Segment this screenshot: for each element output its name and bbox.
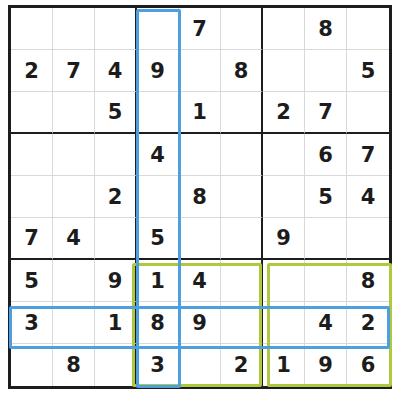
- cell-r9c3[interactable]: [95, 344, 137, 386]
- cell-r2c9[interactable]: 5: [347, 50, 389, 92]
- cell-r2c2[interactable]: 7: [53, 50, 95, 92]
- cell-r9c2[interactable]: 8: [53, 344, 95, 386]
- cell-r7c4[interactable]: 1: [137, 260, 179, 302]
- cell-r8c2[interactable]: [53, 302, 95, 344]
- cell-r3c8[interactable]: 7: [305, 92, 347, 134]
- cell-r3c5[interactable]: 1: [179, 92, 221, 134]
- cell-r6c3[interactable]: [95, 218, 137, 260]
- cell-r8c5[interactable]: 9: [179, 302, 221, 344]
- cell-r2c1[interactable]: 2: [11, 50, 53, 92]
- cell-r5c5[interactable]: 8: [179, 176, 221, 218]
- cell-r1c1[interactable]: [11, 8, 53, 50]
- cell-r7c9[interactable]: 8: [347, 260, 389, 302]
- cell-r1c6[interactable]: [221, 8, 263, 50]
- cell-r9c5[interactable]: [179, 344, 221, 386]
- cell-r2c4[interactable]: 9: [137, 50, 179, 92]
- cell-r4c5[interactable]: [179, 134, 221, 176]
- cell-r3c7[interactable]: 2: [263, 92, 305, 134]
- cell-r9c4[interactable]: 3: [137, 344, 179, 386]
- cell-r1c5[interactable]: 7: [179, 8, 221, 50]
- cell-r5c3[interactable]: 2: [95, 176, 137, 218]
- cell-r4c3[interactable]: [95, 134, 137, 176]
- cell-r5c2[interactable]: [53, 176, 95, 218]
- cell-r3c2[interactable]: [53, 92, 95, 134]
- cell-r6c5[interactable]: [179, 218, 221, 260]
- cell-r1c9[interactable]: [347, 8, 389, 50]
- cell-r2c7[interactable]: [263, 50, 305, 92]
- cell-r2c8[interactable]: [305, 50, 347, 92]
- cell-r7c5[interactable]: 4: [179, 260, 221, 302]
- cell-r9c6[interactable]: 2: [221, 344, 263, 386]
- cell-r6c6[interactable]: [221, 218, 263, 260]
- cell-r8c9[interactable]: 2: [347, 302, 389, 344]
- cell-r6c9[interactable]: [347, 218, 389, 260]
- cell-r1c7[interactable]: [263, 8, 305, 50]
- cell-r4c8[interactable]: 6: [305, 134, 347, 176]
- cell-r7c2[interactable]: [53, 260, 95, 302]
- cell-r3c4[interactable]: [137, 92, 179, 134]
- cell-r1c4[interactable]: [137, 8, 179, 50]
- cell-r7c7[interactable]: [263, 260, 305, 302]
- cell-r5c4[interactable]: [137, 176, 179, 218]
- cell-r8c1[interactable]: 3: [11, 302, 53, 344]
- cell-r8c8[interactable]: 4: [305, 302, 347, 344]
- cell-r5c8[interactable]: 5: [305, 176, 347, 218]
- cell-r4c9[interactable]: 7: [347, 134, 389, 176]
- cell-r8c6[interactable]: [221, 302, 263, 344]
- cell-r6c2[interactable]: 4: [53, 218, 95, 260]
- cell-r9c8[interactable]: 9: [305, 344, 347, 386]
- cell-r1c3[interactable]: [95, 8, 137, 50]
- cell-r3c6[interactable]: [221, 92, 263, 134]
- cell-r9c1[interactable]: [11, 344, 53, 386]
- sudoku-board-stage: 7827498551274672854745959148318942832196: [0, 0, 400, 400]
- cell-r3c9[interactable]: [347, 92, 389, 134]
- cell-r2c5[interactable]: [179, 50, 221, 92]
- cell-r4c2[interactable]: [53, 134, 95, 176]
- cell-r8c3[interactable]: 1: [95, 302, 137, 344]
- cell-r3c3[interactable]: 5: [95, 92, 137, 134]
- cell-r4c7[interactable]: [263, 134, 305, 176]
- cell-r3c1[interactable]: [11, 92, 53, 134]
- cell-r6c4[interactable]: 5: [137, 218, 179, 260]
- cell-r4c1[interactable]: [11, 134, 53, 176]
- cell-r1c2[interactable]: [53, 8, 95, 50]
- cell-r4c6[interactable]: [221, 134, 263, 176]
- cell-r5c1[interactable]: [11, 176, 53, 218]
- cell-r5c9[interactable]: 4: [347, 176, 389, 218]
- cell-r6c1[interactable]: 7: [11, 218, 53, 260]
- cell-r7c3[interactable]: 9: [95, 260, 137, 302]
- cell-r7c1[interactable]: 5: [11, 260, 53, 302]
- cell-r2c6[interactable]: 8: [221, 50, 263, 92]
- cell-r2c3[interactable]: 4: [95, 50, 137, 92]
- cell-r8c7[interactable]: [263, 302, 305, 344]
- cell-r8c4[interactable]: 8: [137, 302, 179, 344]
- cell-r4c4[interactable]: 4: [137, 134, 179, 176]
- cell-r5c7[interactable]: [263, 176, 305, 218]
- cell-r9c7[interactable]: 1: [263, 344, 305, 386]
- cell-r5c6[interactable]: [221, 176, 263, 218]
- cell-r6c7[interactable]: 9: [263, 218, 305, 260]
- cell-r9c9[interactable]: 6: [347, 344, 389, 386]
- cell-r7c6[interactable]: [221, 260, 263, 302]
- cell-r6c8[interactable]: [305, 218, 347, 260]
- sudoku-grid: 7827498551274672854745959148318942832196: [8, 5, 392, 389]
- cell-r1c8[interactable]: 8: [305, 8, 347, 50]
- cell-r7c8[interactable]: [305, 260, 347, 302]
